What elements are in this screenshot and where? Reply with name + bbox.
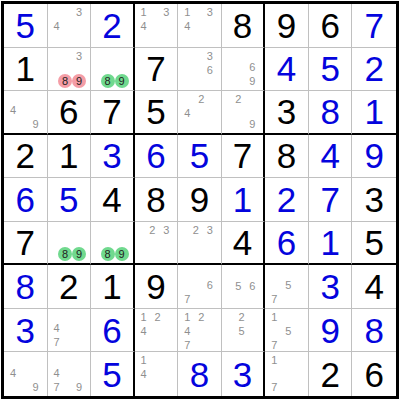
solved-digit: 3 <box>222 352 264 396</box>
solved-digit: 8 <box>178 352 221 396</box>
solved-digit: 1 <box>309 222 352 264</box>
candidate-grid: 157 <box>266 310 307 351</box>
cell-r3c3[interactable]: 7 <box>91 91 135 135</box>
cell-r4c9[interactable]: 9 <box>352 135 396 179</box>
candidate[interactable]: 7 <box>267 292 281 306</box>
cell-r3c5[interactable]: 24 <box>178 91 222 135</box>
candidate[interactable]: 4 <box>137 324 151 338</box>
cell-r8c2[interactable]: 47 <box>48 309 92 353</box>
solved-digit: 1 <box>222 178 264 221</box>
candidate-grid: 25 <box>223 310 263 351</box>
cell-r9c1[interactable]: 49 <box>4 352 48 396</box>
cell-r9c8[interactable]: 2 <box>309 352 353 396</box>
given-digit: 9 <box>135 265 178 308</box>
candidate-grid: 49 <box>5 92 46 132</box>
candidate[interactable]: 2 <box>231 92 245 106</box>
cell-r8c1[interactable]: 3 <box>4 309 48 353</box>
candidate[interactable]: 2 <box>194 310 208 324</box>
candidate[interactable]: 6 <box>203 63 217 77</box>
cell-r2c6[interactable]: 69 <box>222 48 266 92</box>
candidate-highlight-green[interactable]: 9 <box>72 247 86 261</box>
candidate-highlight-green[interactable]: 8 <box>101 247 115 261</box>
given-digit: 4 <box>352 265 396 308</box>
cell-r1c9[interactable]: 7 <box>352 4 396 48</box>
candidate-grid: 23 <box>136 223 177 263</box>
cell-r2c3[interactable]: 89 <box>91 48 135 92</box>
cell-r3c9[interactable]: 1 <box>352 91 396 135</box>
candidate-grid: 134 <box>136 5 177 46</box>
solved-digit: 9 <box>309 309 352 352</box>
cell-r1c5[interactable]: 134 <box>178 4 222 48</box>
cell-r5c6[interactable]: 1 <box>222 178 266 222</box>
candidate[interactable]: 9 <box>29 380 43 394</box>
solved-digit: 5 <box>91 352 133 396</box>
cell-r4c4[interactable]: 6 <box>135 135 179 179</box>
candidate-grid: 89 <box>92 223 132 263</box>
given-digit: 6 <box>352 352 396 396</box>
cell-r6c3[interactable]: 89 <box>91 222 135 266</box>
cell-r9c5[interactable]: 8 <box>178 352 222 396</box>
solved-digit: 6 <box>135 135 178 178</box>
candidate-grid: 134 <box>179 5 220 46</box>
candidate[interactable]: 4 <box>6 103 20 117</box>
cell-r8c3[interactable]: 6 <box>91 309 135 353</box>
candidate-grid: 34 <box>49 5 90 46</box>
cell-r4c5[interactable]: 5 <box>178 135 222 179</box>
cell-r7c8[interactable]: 3 <box>309 265 353 309</box>
candidate[interactable]: 6 <box>203 278 217 292</box>
candidate-grid: 69 <box>223 49 263 90</box>
cell-r4c8[interactable]: 4 <box>309 135 353 179</box>
candidate[interactable]: 3 <box>203 5 217 19</box>
solved-digit: 5 <box>48 178 91 221</box>
candidate[interactable]: 1 <box>137 310 151 324</box>
candidate[interactable]: 9 <box>245 117 259 131</box>
cell-r5c8[interactable]: 7 <box>309 178 353 222</box>
candidate-highlight-red[interactable]: 9 <box>72 74 86 88</box>
cell-r8c4[interactable]: 124 <box>135 309 179 353</box>
solved-digit: 4 <box>309 135 352 178</box>
cell-r6c2[interactable]: 89 <box>48 222 92 266</box>
cell-r5c4[interactable]: 8 <box>135 178 179 222</box>
solved-digit: 2 <box>352 48 396 91</box>
candidate[interactable]: 7 <box>267 380 281 394</box>
cell-r6c5[interactable]: 23 <box>178 222 222 266</box>
cell-r2c1[interactable]: 1 <box>4 48 48 92</box>
candidate-grid: 89 <box>92 49 132 90</box>
candidate-grid: 124 <box>136 310 177 351</box>
given-digit: 9 <box>178 178 221 221</box>
candidate-highlight-green[interactable]: 8 <box>58 247 72 261</box>
candidate[interactable]: 2 <box>145 223 159 237</box>
cell-r1c6[interactable]: 8 <box>222 4 266 48</box>
cell-r8c7[interactable]: 157 <box>265 309 309 353</box>
cell-r1c2[interactable]: 34 <box>48 4 92 48</box>
solved-digit: 8 <box>4 265 47 308</box>
candidate[interactable]: 4 <box>50 366 64 380</box>
cell-r7c5[interactable]: 67 <box>178 265 222 309</box>
given-digit: 2 <box>309 352 352 396</box>
candidate-highlight-green[interactable]: 8 <box>101 74 115 88</box>
cell-r4c7[interactable]: 8 <box>265 135 309 179</box>
cell-r1c3[interactable]: 2 <box>91 4 135 48</box>
given-digit: 7 <box>91 91 133 133</box>
candidate[interactable]: 4 <box>6 366 20 380</box>
cell-r9c2[interactable]: 479 <box>48 352 92 396</box>
candidate-highlight-green[interactable]: 9 <box>115 247 129 261</box>
solved-digit: 7 <box>352 4 396 47</box>
candidate-grid: 24 <box>179 92 220 132</box>
cell-r3c1[interactable]: 49 <box>4 91 48 135</box>
cell-r8c5[interactable]: 1247 <box>178 309 222 353</box>
solved-digit: 6 <box>4 178 47 221</box>
candidate[interactable]: 4 <box>137 19 151 33</box>
cell-r5c5[interactable]: 9 <box>178 178 222 222</box>
solved-digit: 9 <box>352 135 396 178</box>
candidate-grid: 36 <box>179 49 220 90</box>
candidate[interactable]: 2 <box>189 223 203 237</box>
cell-r6c7[interactable]: 6 <box>265 222 309 266</box>
candidate-grid: 47 <box>49 310 90 351</box>
cell-r4c1[interactable]: 2 <box>4 135 48 179</box>
candidate-grid: 56 <box>223 266 263 307</box>
candidate-grid: 67 <box>179 266 220 307</box>
candidate[interactable]: 3 <box>203 223 217 237</box>
candidate[interactable]: 5 <box>235 324 249 338</box>
cell-r6c9[interactable]: 5 <box>352 222 396 266</box>
given-digit: 6 <box>309 4 352 47</box>
candidate[interactable]: 7 <box>50 335 64 349</box>
given-digit: 4 <box>91 178 133 221</box>
cell-r3c4[interactable]: 5 <box>135 91 179 135</box>
candidate[interactable]: 1 <box>137 353 151 367</box>
candidate[interactable]: 2 <box>194 92 208 106</box>
cell-r5c9[interactable]: 3 <box>352 178 396 222</box>
solved-digit: 6 <box>265 222 308 264</box>
candidate[interactable]: 3 <box>72 49 86 63</box>
candidate-grid: 29 <box>223 92 263 132</box>
candidate[interactable]: 5 <box>231 279 245 293</box>
cell-r7c6[interactable]: 56 <box>222 265 266 309</box>
solved-digit: 1 <box>352 91 396 133</box>
candidate-grid: 1247 <box>179 310 220 351</box>
solved-digit: 8 <box>309 91 352 133</box>
cell-r7c4[interactable]: 9 <box>135 265 179 309</box>
solved-digit: 3 <box>309 265 352 308</box>
given-digit: 1 <box>48 135 91 178</box>
given-digit: 5 <box>135 91 178 133</box>
candidate[interactable]: 3 <box>159 5 173 19</box>
candidate[interactable]: 4 <box>137 367 151 381</box>
candidate[interactable]: 2 <box>151 310 165 324</box>
candidate[interactable]: 4 <box>180 19 194 33</box>
candidate[interactable]: 6 <box>245 60 259 74</box>
candidate-grid: 57 <box>266 266 307 307</box>
candidate[interactable]: 7 <box>267 338 281 352</box>
candidate[interactable]: 4 <box>50 19 64 33</box>
page-background: 5342134134896713898973669452496752429381… <box>0 0 400 400</box>
candidate[interactable]: 7 <box>50 380 64 394</box>
cell-r8c9[interactable]: 8 <box>352 309 396 353</box>
cell-r1c7[interactable]: 9 <box>265 4 309 48</box>
solved-digit: 3 <box>91 135 133 178</box>
cell-r5c7[interactable]: 2 <box>265 178 309 222</box>
cell-r2c2[interactable]: 389 <box>48 48 92 92</box>
candidate[interactable]: 3 <box>72 5 86 19</box>
given-digit: 9 <box>265 4 308 47</box>
candidate[interactable]: 1 <box>137 5 151 19</box>
given-digit: 2 <box>48 265 91 308</box>
candidate[interactable]: 2 <box>235 310 249 324</box>
candidate[interactable]: 9 <box>72 380 86 394</box>
given-digit: 8 <box>222 4 264 47</box>
solved-digit: 5 <box>309 48 352 91</box>
candidate-highlight-red[interactable]: 8 <box>58 74 72 88</box>
solved-digit: 7 <box>309 178 352 221</box>
candidate[interactable]: 6 <box>245 279 259 293</box>
cell-r9c6[interactable]: 3 <box>222 352 266 396</box>
candidate[interactable]: 7 <box>180 338 194 352</box>
candidate[interactable]: 3 <box>203 49 217 63</box>
candidate[interactable]: 5 <box>281 324 295 338</box>
candidate[interactable]: 1 <box>180 5 194 19</box>
sudoku-board: 5342134134896713898973669452496752429381… <box>1 1 399 399</box>
cell-r9c3[interactable]: 5 <box>91 352 135 396</box>
cell-r8c8[interactable]: 9 <box>309 309 353 353</box>
given-digit: 8 <box>135 178 178 221</box>
candidate[interactable]: 4 <box>50 321 64 335</box>
given-digit: 6 <box>48 91 91 133</box>
solved-digit: 3 <box>4 309 47 352</box>
cell-r3c6[interactable]: 29 <box>222 91 266 135</box>
candidate-grid: 89 <box>49 223 90 263</box>
cell-r8c6[interactable]: 25 <box>222 309 266 353</box>
cell-r2c5[interactable]: 36 <box>178 48 222 92</box>
given-digit: 3 <box>352 178 396 221</box>
given-digit: 7 <box>4 222 47 264</box>
cell-r3c7[interactable]: 3 <box>265 91 309 135</box>
solved-digit: 2 <box>265 178 308 221</box>
cell-r3c8[interactable]: 8 <box>309 91 353 135</box>
cell-r7c7[interactable]: 57 <box>265 265 309 309</box>
cell-r4c3[interactable]: 3 <box>91 135 135 179</box>
candidate-grid: 14 <box>136 353 177 395</box>
solved-digit: 2 <box>91 4 133 47</box>
candidate[interactable]: 9 <box>245 74 259 88</box>
cell-r3c2[interactable]: 6 <box>48 91 92 135</box>
candidate[interactable]: 4 <box>180 106 194 120</box>
candidate[interactable]: 4 <box>180 324 194 338</box>
solved-digit: 5 <box>178 135 221 178</box>
solved-digit: 8 <box>352 309 396 352</box>
cell-r6c1[interactable]: 7 <box>4 222 48 266</box>
cell-r9c7[interactable]: 17 <box>265 352 309 396</box>
cell-r9c4[interactable]: 14 <box>135 352 179 396</box>
candidate-highlight-green[interactable]: 9 <box>115 74 129 88</box>
cell-r5c1[interactable]: 6 <box>4 178 48 222</box>
candidate-grid: 389 <box>49 49 90 90</box>
given-digit: 4 <box>222 222 264 264</box>
candidate[interactable]: 7 <box>180 292 194 306</box>
cell-r2c8[interactable]: 5 <box>309 48 353 92</box>
cell-r2c4[interactable]: 7 <box>135 48 179 92</box>
cell-r6c6[interactable]: 4 <box>222 222 266 266</box>
candidate[interactable]: 1 <box>180 310 194 324</box>
given-digit: 1 <box>4 48 47 91</box>
candidate[interactable]: 1 <box>267 310 281 324</box>
given-digit: 3 <box>265 91 308 133</box>
solved-digit: 6 <box>91 309 133 352</box>
cell-r7c2[interactable]: 2 <box>48 265 92 309</box>
cell-r4c2[interactable]: 1 <box>48 135 92 179</box>
given-digit: 5 <box>352 222 396 264</box>
cell-r6c8[interactable]: 1 <box>309 222 353 266</box>
cell-r1c4[interactable]: 134 <box>135 4 179 48</box>
candidate-grid: 49 <box>5 353 46 395</box>
given-digit: 2 <box>4 135 47 178</box>
cell-r5c3[interactable]: 4 <box>91 178 135 222</box>
cell-r1c8[interactable]: 6 <box>309 4 353 48</box>
solved-digit: 5 <box>4 4 47 47</box>
candidate-grid: 479 <box>49 353 90 395</box>
cell-r2c9[interactable]: 2 <box>352 48 396 92</box>
cell-r9c9[interactable]: 6 <box>352 352 396 396</box>
cell-r4c6[interactable]: 7 <box>222 135 266 179</box>
given-digit: 7 <box>135 48 178 91</box>
given-digit: 8 <box>265 135 308 178</box>
solved-digit: 4 <box>265 48 308 91</box>
cell-r7c1[interactable]: 8 <box>4 265 48 309</box>
given-digit: 1 <box>91 265 133 308</box>
candidate[interactable]: 5 <box>281 278 295 292</box>
candidate[interactable]: 1 <box>267 353 281 367</box>
candidate[interactable]: 3 <box>159 223 173 237</box>
candidate-grid: 23 <box>179 223 220 263</box>
cell-r1c1[interactable]: 5 <box>4 4 48 48</box>
cell-r5c2[interactable]: 5 <box>48 178 92 222</box>
cell-r6c4[interactable]: 23 <box>135 222 179 266</box>
candidate[interactable]: 9 <box>29 117 43 131</box>
given-digit: 7 <box>222 135 264 178</box>
candidate-grid: 17 <box>266 353 307 395</box>
cell-r7c9[interactable]: 4 <box>352 265 396 309</box>
cell-r2c7[interactable]: 4 <box>265 48 309 92</box>
cell-r7c3[interactable]: 1 <box>91 265 135 309</box>
